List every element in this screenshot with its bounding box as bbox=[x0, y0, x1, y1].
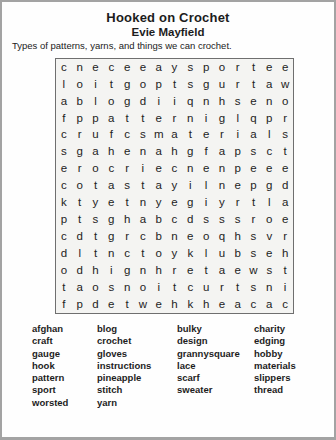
grid-cell[interactable]: e bbox=[277, 59, 293, 76]
grid-cell[interactable]: u bbox=[214, 76, 230, 93]
grid-cell[interactable]: f bbox=[103, 127, 119, 144]
grid-cell[interactable]: c bbox=[182, 279, 198, 296]
grid-cell[interactable]: t bbox=[198, 262, 214, 279]
grid-cell[interactable]: l bbox=[198, 245, 214, 262]
grid-cell[interactable]: t bbox=[72, 194, 88, 211]
grid-cell[interactable]: g bbox=[72, 144, 88, 161]
grid-cell[interactable]: e bbox=[167, 194, 183, 211]
grid-cell[interactable]: o bbox=[135, 279, 151, 296]
word-list-column-1: afghancraftgaugehookpatternsportworsted bbox=[32, 323, 68, 409]
grid-cell[interactable]: f bbox=[56, 110, 72, 127]
grid-cell[interactable]: e bbox=[88, 59, 104, 76]
word-list-column-3: bulkydesigngrannysquarelacescarfsweater bbox=[177, 323, 240, 397]
grid-cell[interactable]: e bbox=[261, 161, 277, 178]
grid-cell[interactable]: o bbox=[261, 211, 277, 228]
grid-cell[interactable]: p bbox=[261, 110, 277, 127]
grid-cell[interactable]: d bbox=[277, 178, 293, 195]
grid-cell[interactable]: w bbox=[246, 262, 262, 279]
grid-cell[interactable]: p bbox=[72, 296, 88, 313]
grid-cell[interactable]: g bbox=[214, 110, 230, 127]
grid-cell[interactable]: t bbox=[246, 59, 262, 76]
grid-cell[interactable]: k bbox=[56, 194, 72, 211]
grid-cell[interactable]: g bbox=[198, 76, 214, 93]
word-list-item: pineapple bbox=[97, 372, 151, 384]
grid-cell[interactable]: s bbox=[182, 59, 198, 76]
grid-cell[interactable]: s bbox=[246, 245, 262, 262]
grid-cell[interactable]: c bbox=[56, 127, 72, 144]
worksheet-page: Hooked on Crochet Evie Mayfield Types of… bbox=[0, 0, 336, 440]
grid-cell[interactable]: y bbox=[151, 194, 167, 211]
grid-cell[interactable]: t bbox=[135, 110, 151, 127]
grid-cell[interactable]: a bbox=[103, 110, 119, 127]
grid-cell[interactable]: y bbox=[214, 194, 230, 211]
grid-cell[interactable]: c bbox=[277, 296, 293, 313]
grid-cell[interactable]: r bbox=[119, 228, 135, 245]
grid-cell[interactable]: e bbox=[103, 194, 119, 211]
grid-cell[interactable]: e bbox=[230, 178, 246, 195]
grid-cell[interactable]: g bbox=[119, 262, 135, 279]
grid-cell[interactable]: o bbox=[135, 76, 151, 93]
grid-cell[interactable]: n bbox=[261, 93, 277, 110]
grid-cell[interactable]: t bbox=[88, 178, 104, 195]
grid-cell[interactable]: n bbox=[103, 245, 119, 262]
grid-cell[interactable]: s bbox=[246, 144, 262, 161]
grid-cell[interactable]: n bbox=[214, 178, 230, 195]
grid-cell[interactable]: o bbox=[88, 161, 104, 178]
puzzle-subtitle: Types of patterns, yarns, and things we … bbox=[12, 40, 334, 51]
grid-cell[interactable]: n bbox=[135, 194, 151, 211]
word-list-item: scarf bbox=[177, 372, 240, 384]
grid-cell[interactable]: i bbox=[198, 110, 214, 127]
word-list-column-2: blogcrochetglovesinstructionspineapplest… bbox=[97, 323, 151, 409]
grid-cell[interactable]: c bbox=[119, 245, 135, 262]
grid-cell[interactable]: o bbox=[103, 93, 119, 110]
grid-cell[interactable]: a bbox=[151, 144, 167, 161]
grid-cell[interactable]: e bbox=[182, 262, 198, 279]
grid-cell[interactable]: c bbox=[261, 144, 277, 161]
grid-cell[interactable]: s bbox=[214, 211, 230, 228]
grid-cell[interactable]: e bbox=[182, 228, 198, 245]
grid-cell[interactable]: b bbox=[151, 228, 167, 245]
grid-cell[interactable]: h bbox=[198, 296, 214, 313]
word-list-item: blog bbox=[97, 323, 151, 335]
grid-cell[interactable]: p bbox=[246, 178, 262, 195]
grid-cell[interactable]: y bbox=[167, 245, 183, 262]
grid-cell[interactable]: e bbox=[277, 161, 293, 178]
grid-cell[interactable]: f bbox=[56, 296, 72, 313]
grid-cell[interactable]: t bbox=[182, 127, 198, 144]
grid-cell[interactable]: n bbox=[119, 279, 135, 296]
grid-cell[interactable]: s bbox=[198, 211, 214, 228]
grid-cell[interactable]: e bbox=[246, 93, 262, 110]
grid-cell[interactable]: l bbox=[230, 110, 246, 127]
grid-cell[interactable]: p bbox=[151, 76, 167, 93]
grid-cell[interactable]: e bbox=[246, 161, 262, 178]
grid-cell[interactable]: e bbox=[277, 211, 293, 228]
grid-cell[interactable]: t bbox=[119, 110, 135, 127]
grid-cell[interactable]: a bbox=[151, 178, 167, 195]
grid-cell[interactable]: o bbox=[277, 93, 293, 110]
grid-cell[interactable]: r bbox=[214, 127, 230, 144]
word-list-item: grannysquare bbox=[177, 348, 240, 360]
grid-cell[interactable]: y bbox=[167, 178, 183, 195]
grid-cell[interactable]: l bbox=[261, 127, 277, 144]
word-list-item: instructions bbox=[97, 360, 151, 372]
grid-cell[interactable]: r bbox=[214, 279, 230, 296]
word-search-grid[interactable]: cneceeaysporteeloitgoptsgurtawablogdiiqn… bbox=[55, 58, 294, 314]
grid-cell[interactable]: i bbox=[182, 178, 198, 195]
word-list-item: stitch bbox=[97, 384, 151, 396]
grid-cell[interactable]: h bbox=[88, 262, 104, 279]
grid-cell[interactable]: g bbox=[182, 144, 198, 161]
word-list-item: slippers bbox=[254, 372, 296, 384]
grid-cell[interactable]: d bbox=[135, 93, 151, 110]
word-list-item: craft bbox=[32, 335, 68, 347]
grid-cell[interactable]: y bbox=[167, 59, 183, 76]
grid-cell[interactable]: a bbox=[261, 76, 277, 93]
grid-cell[interactable]: c bbox=[167, 161, 183, 178]
word-list-item: afghan bbox=[32, 323, 68, 335]
grid-cell[interactable]: e bbox=[261, 59, 277, 76]
grid-cell[interactable]: r bbox=[119, 161, 135, 178]
grid-cell[interactable]: t bbox=[119, 296, 135, 313]
grid-cell[interactable]: i bbox=[198, 194, 214, 211]
grid-cell[interactable]: r bbox=[277, 110, 293, 127]
grid-cell[interactable]: g bbox=[182, 194, 198, 211]
grid-cell[interactable]: n bbox=[167, 228, 183, 245]
grid-cell[interactable]: s bbox=[277, 127, 293, 144]
grid-cell[interactable]: d bbox=[56, 245, 72, 262]
grid-cell[interactable]: w bbox=[277, 76, 293, 93]
grid-cell[interactable]: n bbox=[182, 161, 198, 178]
grid-cell[interactable]: m bbox=[151, 127, 167, 144]
grid-cell[interactable]: t bbox=[167, 76, 183, 93]
word-list-item: gloves bbox=[97, 348, 151, 360]
grid-cell[interactable]: a bbox=[167, 127, 183, 144]
grid-cell[interactable]: t bbox=[246, 76, 262, 93]
grid-cell[interactable]: e bbox=[230, 262, 246, 279]
grid-cell[interactable]: t bbox=[88, 245, 104, 262]
word-list-item: crochet bbox=[97, 335, 151, 347]
grid-cell[interactable]: e bbox=[261, 245, 277, 262]
grid-cell[interactable]: h bbox=[103, 144, 119, 161]
grid-cell[interactable]: n bbox=[72, 59, 88, 76]
grid-cell[interactable]: l bbox=[88, 93, 104, 110]
grid-cell[interactable]: a bbox=[135, 211, 151, 228]
grid-cell[interactable]: u bbox=[198, 279, 214, 296]
grid-cell[interactable]: a bbox=[261, 296, 277, 313]
word-list-item: edging bbox=[254, 335, 296, 347]
grid-cell[interactable]: s bbox=[119, 178, 135, 195]
word-list-item: thread bbox=[254, 384, 296, 396]
grid-cell[interactable]: e bbox=[151, 161, 167, 178]
grid-cell[interactable]: i bbox=[151, 93, 167, 110]
grid-cell[interactable]: s bbox=[182, 76, 198, 93]
grid-cell[interactable]: r bbox=[167, 110, 183, 127]
grid-cell[interactable]: s bbox=[103, 279, 119, 296]
grid-cell[interactable]: h bbox=[214, 93, 230, 110]
grid-cell[interactable]: r bbox=[72, 127, 88, 144]
grid-cell[interactable]: q bbox=[182, 93, 198, 110]
grid-cell[interactable]: s bbox=[246, 279, 262, 296]
grid-cell[interactable]: e bbox=[56, 161, 72, 178]
grid-cell[interactable]: s bbox=[135, 127, 151, 144]
grid-cell[interactable]: o bbox=[72, 178, 88, 195]
grid-cell[interactable]: a bbox=[72, 279, 88, 296]
grid-cell[interactable]: c bbox=[246, 296, 262, 313]
grid-cell[interactable]: l bbox=[198, 178, 214, 195]
grid-cell[interactable]: o bbox=[56, 262, 72, 279]
grid-cell[interactable]: s bbox=[230, 93, 246, 110]
grid-cell[interactable]: n bbox=[214, 161, 230, 178]
grid-cell[interactable]: a bbox=[151, 59, 167, 76]
grid-cell[interactable]: c bbox=[135, 228, 151, 245]
word-list-item: design bbox=[177, 335, 240, 347]
grid-cell[interactable]: e bbox=[151, 110, 167, 127]
grid-cell[interactable]: e bbox=[119, 59, 135, 76]
grid-cell[interactable]: g bbox=[261, 178, 277, 195]
grid-cell[interactable]: c bbox=[103, 161, 119, 178]
grid-cell[interactable]: d bbox=[182, 211, 198, 228]
grid-cell[interactable]: w bbox=[135, 296, 151, 313]
word-list-item: worsted bbox=[32, 397, 68, 409]
grid-cell[interactable]: t bbox=[56, 279, 72, 296]
grid-cell[interactable]: n bbox=[135, 144, 151, 161]
grid-cell[interactable]: t bbox=[277, 144, 293, 161]
grid-cell[interactable]: a bbox=[56, 93, 72, 110]
grid-cell[interactable]: a bbox=[246, 127, 262, 144]
grid-cell[interactable]: y bbox=[88, 194, 104, 211]
grid-cell[interactable]: t bbox=[72, 211, 88, 228]
word-list-item: charity bbox=[254, 323, 296, 335]
grid-cell[interactable]: o bbox=[88, 279, 104, 296]
word-list-item: hook bbox=[32, 360, 68, 372]
grid-cell[interactable]: p bbox=[88, 110, 104, 127]
grid-cell[interactable]: n bbox=[182, 110, 198, 127]
grid-cell[interactable]: t bbox=[88, 228, 104, 245]
grid-cell[interactable]: i bbox=[103, 262, 119, 279]
grid-cell[interactable]: h bbox=[230, 228, 246, 245]
word-list-item: bulky bbox=[177, 323, 240, 335]
word-list-item: sport bbox=[32, 384, 68, 396]
grid-cell[interactable]: u bbox=[88, 127, 104, 144]
grid-cell[interactable]: a bbox=[214, 144, 230, 161]
grid-cell[interactable]: t bbox=[246, 194, 262, 211]
grid-cell[interactable]: o bbox=[198, 228, 214, 245]
grid-cell[interactable]: i bbox=[88, 76, 104, 93]
grid-cell[interactable]: r bbox=[246, 211, 262, 228]
word-list-item: gauge bbox=[32, 348, 68, 360]
grid-cell[interactable]: g bbox=[119, 93, 135, 110]
word-list-item: pattern bbox=[32, 372, 68, 384]
grid-cell[interactable]: t bbox=[103, 76, 119, 93]
grid-cell[interactable]: r bbox=[72, 161, 88, 178]
grid-cell[interactable]: h bbox=[167, 296, 183, 313]
grid-cell[interactable]: q bbox=[214, 228, 230, 245]
grid-cell[interactable]: k bbox=[182, 296, 198, 313]
grid-cell[interactable]: b bbox=[151, 211, 167, 228]
grid-cell[interactable]: o bbox=[72, 76, 88, 93]
grid-cell[interactable]: i bbox=[277, 279, 293, 296]
grid-cell[interactable]: o bbox=[151, 245, 167, 262]
grid-cell[interactable]: e bbox=[151, 296, 167, 313]
grid-cell[interactable]: g bbox=[103, 228, 119, 245]
grid-cell[interactable]: h bbox=[151, 262, 167, 279]
grid-cell[interactable]: p bbox=[230, 144, 246, 161]
grid-cell[interactable]: k bbox=[182, 245, 198, 262]
grid-cell[interactable]: a bbox=[277, 194, 293, 211]
word-list-item: yarn bbox=[97, 397, 151, 409]
grid-cell[interactable]: s bbox=[261, 262, 277, 279]
word-list: afghancraftgaugehookpatternsportworsted … bbox=[2, 323, 336, 418]
grid-cell[interactable]: h bbox=[167, 144, 183, 161]
grid-cell[interactable]: i bbox=[135, 161, 151, 178]
grid-cell[interactable]: c bbox=[103, 59, 119, 76]
grid-cell[interactable]: t bbox=[277, 262, 293, 279]
grid-cell[interactable]: t bbox=[135, 178, 151, 195]
grid-cell[interactable]: e bbox=[103, 296, 119, 313]
grid-cell[interactable]: p bbox=[72, 110, 88, 127]
grid-cell[interactable]: t bbox=[135, 245, 151, 262]
grid-cell[interactable]: e bbox=[119, 144, 135, 161]
puzzle-title: Hooked on Crochet bbox=[2, 10, 334, 25]
grid-cell[interactable]: b bbox=[230, 245, 246, 262]
grid-cell[interactable]: i bbox=[167, 93, 183, 110]
grid-cell[interactable]: e bbox=[135, 59, 151, 76]
grid-cell[interactable]: q bbox=[246, 110, 262, 127]
grid-cell[interactable]: t bbox=[119, 194, 135, 211]
puzzle-author: Evie Mayfield bbox=[2, 26, 334, 38]
grid-cell[interactable]: c bbox=[119, 127, 135, 144]
grid-cell[interactable]: l bbox=[72, 245, 88, 262]
grid-cell[interactable]: b bbox=[72, 93, 88, 110]
grid-cell[interactable]: r bbox=[230, 76, 246, 93]
word-list-item: sweater bbox=[177, 384, 240, 396]
word-list-item: hobby bbox=[254, 348, 296, 360]
grid-cell[interactable]: i bbox=[151, 279, 167, 296]
grid-cell[interactable]: g bbox=[103, 211, 119, 228]
word-list-item: lace bbox=[177, 360, 240, 372]
grid-cell[interactable]: t bbox=[167, 279, 183, 296]
grid-cell[interactable]: d bbox=[88, 296, 104, 313]
grid-cell[interactable]: s bbox=[230, 211, 246, 228]
grid-cell[interactable]: t bbox=[230, 279, 246, 296]
grid-cell[interactable]: a bbox=[103, 178, 119, 195]
word-list-item: materials bbox=[254, 360, 296, 372]
grid-cell[interactable]: c bbox=[56, 178, 72, 195]
grid-cell[interactable]: f bbox=[198, 144, 214, 161]
grid-cell[interactable]: g bbox=[119, 76, 135, 93]
grid-cell[interactable]: v bbox=[261, 228, 277, 245]
grid-cell[interactable]: n bbox=[198, 93, 214, 110]
grid-cell[interactable]: s bbox=[56, 144, 72, 161]
grid-cell[interactable]: p bbox=[56, 211, 72, 228]
grid-cell[interactable]: s bbox=[88, 211, 104, 228]
grid-cell[interactable]: n bbox=[135, 262, 151, 279]
grid-cell[interactable]: l bbox=[56, 76, 72, 93]
grid-cell[interactable]: r bbox=[167, 262, 183, 279]
grid-cell[interactable]: n bbox=[261, 279, 277, 296]
grid-cell[interactable]: h bbox=[119, 211, 135, 228]
grid-cell[interactable]: a bbox=[230, 296, 246, 313]
grid-cell[interactable]: d bbox=[72, 228, 88, 245]
grid-cell[interactable]: h bbox=[277, 245, 293, 262]
grid-cell[interactable]: s bbox=[246, 228, 262, 245]
word-list-column-4: charityedginghobbymaterialsslippersthrea… bbox=[254, 323, 296, 397]
grid-cell[interactable]: r bbox=[230, 194, 246, 211]
grid-cell[interactable]: e bbox=[198, 127, 214, 144]
grid-cell[interactable]: a bbox=[214, 262, 230, 279]
grid-cell[interactable]: r bbox=[277, 228, 293, 245]
grid-cell[interactable]: p bbox=[230, 161, 246, 178]
grid-cell[interactable]: c bbox=[167, 211, 183, 228]
grid-cell[interactable]: c bbox=[56, 59, 72, 76]
grid-cell[interactable]: u bbox=[214, 245, 230, 262]
grid-cell[interactable]: d bbox=[72, 262, 88, 279]
grid-cell[interactable]: a bbox=[88, 144, 104, 161]
grid-cell[interactable]: e bbox=[214, 296, 230, 313]
grid-cell[interactable]: r bbox=[230, 59, 246, 76]
grid-cell[interactable]: l bbox=[261, 194, 277, 211]
grid-cell[interactable]: c bbox=[56, 228, 72, 245]
grid-cell[interactable]: p bbox=[198, 59, 214, 76]
grid-cell[interactable]: e bbox=[198, 161, 214, 178]
grid-cell[interactable]: o bbox=[214, 59, 230, 76]
grid-cell[interactable]: i bbox=[230, 127, 246, 144]
